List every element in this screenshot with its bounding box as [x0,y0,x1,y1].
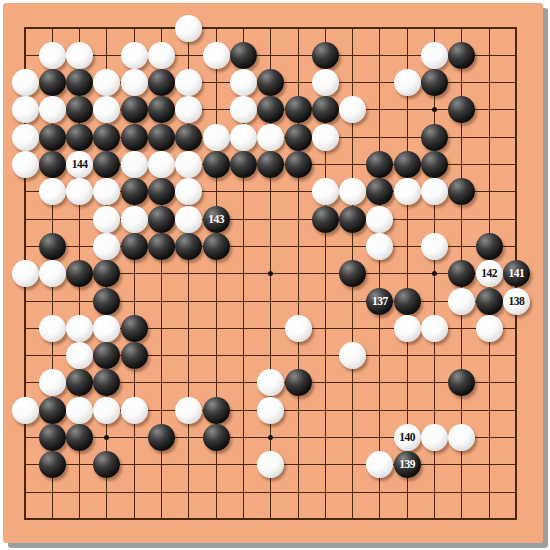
stone-black [448,96,475,123]
move-number-label: 141 [509,260,525,287]
stone-black [421,69,448,96]
stone-white [312,124,339,151]
star-point [432,107,437,112]
stone-white [121,42,148,69]
star-point [268,435,273,440]
stone-black [93,342,120,369]
stone-black [121,96,148,123]
stone-white [421,233,448,260]
stone-white [12,124,39,151]
stone-white [39,315,66,342]
stone-white [93,178,120,205]
go-board[interactable]: 144143142141137138140139 [3,3,543,543]
stone-black [66,260,93,287]
stone-white [421,178,448,205]
stone-white [476,315,503,342]
stone-black [148,69,175,96]
stone-white [148,151,175,178]
stone-white [366,451,393,478]
stone-black [175,124,202,151]
stone-white [421,424,448,451]
stone-white [93,233,120,260]
stone-white [121,397,148,424]
stone-white [39,96,66,123]
stone-black [121,342,148,369]
stone-white [203,124,230,151]
stone-black [448,42,475,69]
stone-black [312,206,339,233]
grid-line-horizontal [24,492,517,493]
stone-white: 142 [476,260,503,287]
move-number-label: 142 [481,260,497,287]
stone-black [148,424,175,451]
stone-white [175,178,202,205]
stone-black [121,124,148,151]
stone-white [257,397,284,424]
stone-black [93,451,120,478]
stone-white [121,69,148,96]
stone-black [148,124,175,151]
stone-white [175,151,202,178]
stone-white [66,315,93,342]
move-number-label: 138 [509,288,525,315]
stone-white [421,42,448,69]
stone-black [93,151,120,178]
stone-white [230,96,257,123]
stone-white [394,69,421,96]
stone-black [339,206,366,233]
stone-white [93,69,120,96]
stone-white [339,342,366,369]
stone-white [312,69,339,96]
stone-black [285,151,312,178]
stone-black [148,96,175,123]
star-point [432,271,437,276]
stone-white [175,397,202,424]
stone-white [12,260,39,287]
stone-black [448,369,475,396]
stone-white [339,96,366,123]
grid-line-vertical [379,27,380,520]
stone-white [175,96,202,123]
go-diagram: 144143142141137138140139 [0,0,550,550]
stone-white [257,369,284,396]
stone-black [312,42,339,69]
stone-black [66,369,93,396]
stone-black: 141 [503,260,530,287]
stone-black [121,233,148,260]
stone-white [285,315,312,342]
stone-black [257,96,284,123]
stone-black [93,260,120,287]
stone-black [148,178,175,205]
stone-white: 144 [66,151,93,178]
stone-white [394,315,421,342]
stone-white [257,451,284,478]
stone-black [121,315,148,342]
stone-black [366,178,393,205]
stone-white [39,42,66,69]
stone-black [66,424,93,451]
stone-black [39,69,66,96]
stone-black [39,124,66,151]
stone-black [230,151,257,178]
stone-black [66,96,93,123]
move-number-label: 143 [208,206,224,233]
stone-black [203,151,230,178]
stone-white: 138 [503,288,530,315]
stone-black [93,369,120,396]
stone-black [339,260,366,287]
stone-white [448,288,475,315]
stone-white [12,96,39,123]
stone-black [175,233,202,260]
stone-white [66,342,93,369]
stone-white [39,260,66,287]
move-number-label: 144 [72,151,88,178]
stone-black [257,69,284,96]
stone-black [421,151,448,178]
stone-black [148,206,175,233]
grid-line-horizontal [24,518,517,520]
stone-white [257,124,284,151]
stone-white [12,397,39,424]
stone-black [476,233,503,260]
stone-white [175,69,202,96]
stone-black [476,288,503,315]
move-number-label: 139 [399,451,415,478]
stone-black [285,96,312,123]
stone-black [312,96,339,123]
stone-white [175,206,202,233]
stone-black [257,151,284,178]
stone-black [448,178,475,205]
stone-black: 143 [203,206,230,233]
stone-black [39,233,66,260]
stone-white [12,151,39,178]
stone-white [203,42,230,69]
stone-white [93,96,120,123]
stone-black [394,151,421,178]
move-number-label: 137 [372,288,388,315]
stone-white [39,369,66,396]
move-number-label: 140 [399,424,415,451]
stone-white [66,178,93,205]
stone-black [203,233,230,260]
stone-black: 137 [366,288,393,315]
stone-white [12,69,39,96]
stone-black [448,260,475,287]
stone-white [93,206,120,233]
stone-black [39,151,66,178]
stone-white [312,178,339,205]
stone-black [230,42,257,69]
stone-white [175,15,202,42]
stone-white [448,424,475,451]
stone-white: 140 [394,424,421,451]
stone-black [203,397,230,424]
stone-white [230,124,257,151]
stone-black [39,424,66,451]
stone-white [66,397,93,424]
stone-black [66,69,93,96]
stone-black [93,288,120,315]
stone-white [39,178,66,205]
stone-white [394,178,421,205]
stone-white [66,42,93,69]
star-point [104,435,109,440]
stone-white [366,233,393,260]
star-point [268,271,273,276]
stone-black [394,288,421,315]
stone-black [39,397,66,424]
stone-black [39,451,66,478]
stone-black [285,124,312,151]
stone-white [93,315,120,342]
stone-white [366,206,393,233]
stone-white [121,151,148,178]
stone-black [366,151,393,178]
stone-black [203,424,230,451]
stone-black [121,178,148,205]
stone-white [230,69,257,96]
stone-black [93,124,120,151]
stone-white [148,42,175,69]
stone-white [339,178,366,205]
stone-white [421,315,448,342]
stone-black [421,124,448,151]
stone-black [285,369,312,396]
stone-black [148,233,175,260]
stone-black [66,124,93,151]
stone-black: 139 [394,451,421,478]
stone-white [93,397,120,424]
stone-white [121,206,148,233]
